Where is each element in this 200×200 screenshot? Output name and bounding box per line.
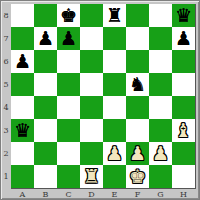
square-g3[interactable] [149,119,172,142]
piece-black-pawn[interactable]: ♟ [34,27,57,50]
square-d1[interactable]: ♜ [80,165,103,188]
rank-label-3: 3 [1,119,11,142]
square-c6[interactable] [57,50,80,73]
square-a1[interactable] [11,165,34,188]
square-a3[interactable]: ♛ [11,119,34,142]
square-f7[interactable] [126,27,149,50]
square-f5[interactable]: ♞ [126,73,149,96]
piece-black-knight[interactable]: ♞ [126,73,149,96]
chess-app-frame: 87654321 ♚♜♛♟♟♟♟♞♛♝♟♟♟♜♚ ABCDEFGH [0,0,200,200]
square-d3[interactable] [80,119,103,142]
rank-label-8: 8 [1,4,11,27]
square-e5[interactable] [103,73,126,96]
square-c7[interactable]: ♟ [57,27,80,50]
piece-black-queen[interactable]: ♛ [11,119,34,142]
square-a5[interactable] [11,73,34,96]
square-e4[interactable] [103,96,126,119]
square-c4[interactable] [57,96,80,119]
rank-label-2: 2 [1,142,11,165]
square-c5[interactable] [57,73,80,96]
square-g4[interactable] [149,96,172,119]
rank-label-1: 1 [1,165,11,188]
square-d6[interactable] [80,50,103,73]
piece-black-pawn[interactable]: ♟ [172,27,195,50]
square-e3[interactable] [103,119,126,142]
file-labels: ABCDEFGH [11,189,196,200]
piece-white-pawn[interactable]: ♟ [103,142,126,165]
square-f4[interactable] [126,96,149,119]
square-f3[interactable] [126,119,149,142]
square-f2[interactable]: ♟ [126,142,149,165]
piece-black-pawn[interactable]: ♟ [11,50,34,73]
piece-black-queen[interactable]: ♛ [172,4,195,27]
square-b1[interactable] [34,165,57,188]
square-h7[interactable]: ♟ [172,27,195,50]
square-c1[interactable] [57,165,80,188]
square-d2[interactable] [80,142,103,165]
square-h6[interactable] [172,50,195,73]
file-label-c: C [57,189,80,200]
square-f6[interactable] [126,50,149,73]
square-a7[interactable] [11,27,34,50]
square-a8[interactable] [11,4,34,27]
square-g8[interactable] [149,4,172,27]
piece-white-king[interactable]: ♚ [126,165,149,188]
square-e7[interactable] [103,27,126,50]
square-b3[interactable] [34,119,57,142]
piece-white-pawn[interactable]: ♟ [126,142,149,165]
square-g7[interactable] [149,27,172,50]
square-h4[interactable] [172,96,195,119]
file-label-a: A [11,189,34,200]
piece-black-pawn[interactable]: ♟ [57,27,80,50]
square-c2[interactable] [57,142,80,165]
square-d5[interactable] [80,73,103,96]
square-e2[interactable]: ♟ [103,142,126,165]
file-label-e: E [103,189,126,200]
file-label-g: G [149,189,172,200]
square-b7[interactable]: ♟ [34,27,57,50]
rank-label-5: 5 [1,73,11,96]
square-h3[interactable]: ♝ [172,119,195,142]
square-h1[interactable] [172,165,195,188]
rank-label-6: 6 [1,50,11,73]
square-h8[interactable]: ♛ [172,4,195,27]
square-a4[interactable] [11,96,34,119]
square-b8[interactable] [34,4,57,27]
square-g6[interactable] [149,50,172,73]
square-d7[interactable] [80,27,103,50]
square-a2[interactable] [11,142,34,165]
square-a6[interactable]: ♟ [11,50,34,73]
rank-labels: 87654321 [1,4,11,188]
square-b4[interactable] [34,96,57,119]
rank-label-7: 7 [1,27,11,50]
square-g2[interactable]: ♟ [149,142,172,165]
piece-white-pawn[interactable]: ♟ [149,142,172,165]
square-b2[interactable] [34,142,57,165]
file-label-f: F [126,189,149,200]
square-d4[interactable] [80,96,103,119]
square-e8[interactable]: ♜ [103,4,126,27]
square-f8[interactable] [126,4,149,27]
square-g5[interactable] [149,73,172,96]
rank-label-4: 4 [1,96,11,119]
chess-board: ♚♜♛♟♟♟♟♞♛♝♟♟♟♜♚ [11,4,196,189]
square-f1[interactable]: ♚ [126,165,149,188]
file-label-h: H [172,189,195,200]
square-c8[interactable]: ♚ [57,4,80,27]
piece-white-rook[interactable]: ♜ [80,165,103,188]
square-c3[interactable] [57,119,80,142]
square-e1[interactable] [103,165,126,188]
square-g1[interactable] [149,165,172,188]
square-d8[interactable] [80,4,103,27]
piece-black-rook[interactable]: ♜ [103,4,126,27]
square-e6[interactable] [103,50,126,73]
square-h5[interactable] [172,73,195,96]
file-label-b: B [34,189,57,200]
file-label-d: D [80,189,103,200]
square-h2[interactable] [172,142,195,165]
square-b6[interactable] [34,50,57,73]
piece-black-king[interactable]: ♚ [57,4,80,27]
square-b5[interactable] [34,73,57,96]
piece-white-bishop[interactable]: ♝ [172,119,195,142]
